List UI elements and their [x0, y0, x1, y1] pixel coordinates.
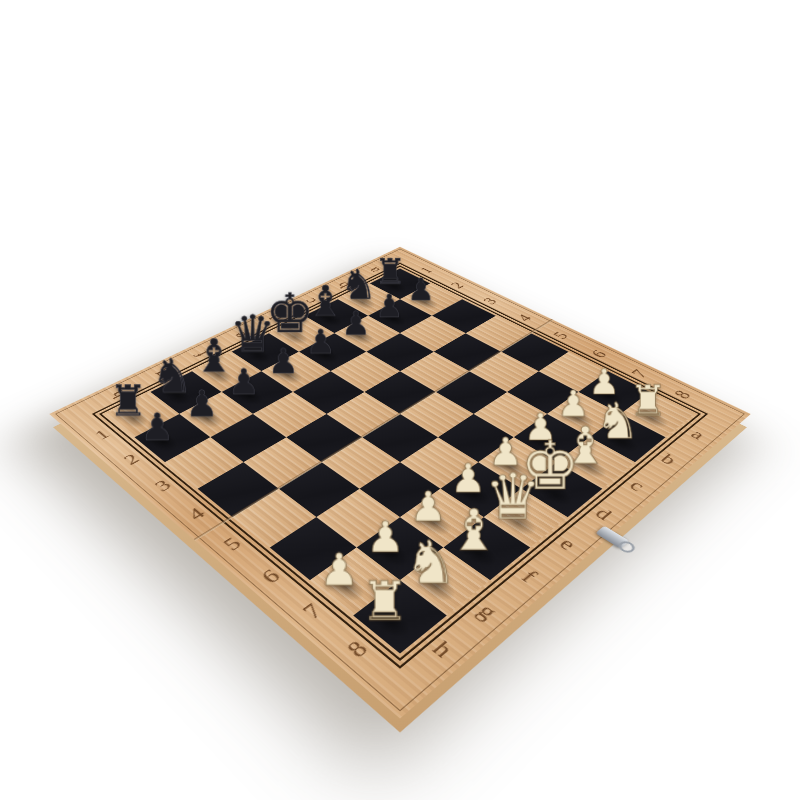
rank-label-8: 8	[651, 376, 712, 414]
chess-board: 12345678 12345678 abcdefgh abcdefgh ♜♟♟♜…	[49, 247, 750, 719]
board-squares: ♜♟♟♜♞♟♟♞♝♟♟♝♚♟♟♚♛♟♟♛♝♟♟♝♞♟♟♞♜♟♟♜	[106, 268, 694, 653]
product-photo-scene: 12345678 12345678 abcdefgh abcdefgh ♜♟♟♜…	[0, 0, 800, 800]
